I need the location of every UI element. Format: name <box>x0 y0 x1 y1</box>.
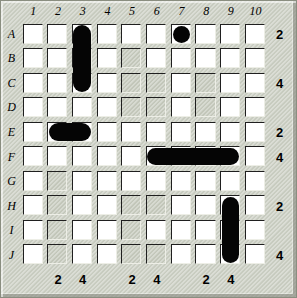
cell-surface <box>97 195 117 215</box>
cell-G4[interactable] <box>95 169 120 194</box>
row-label-B: B <box>3 47 20 72</box>
cell-surface <box>171 122 191 142</box>
cell-A5[interactable] <box>120 22 145 47</box>
cell-surface <box>72 171 92 191</box>
bottom-clue-1 <box>21 267 46 292</box>
water-mark <box>47 171 67 191</box>
cell-surface <box>47 48 67 68</box>
cell-E3[interactable] <box>70 120 95 145</box>
cell-I9[interactable] <box>219 218 244 243</box>
cell-E6[interactable] <box>144 120 169 145</box>
cell-B10[interactable] <box>243 47 268 72</box>
cell-surface <box>23 73 43 93</box>
cell-E9[interactable] <box>219 120 244 145</box>
cell-surface <box>245 48 265 68</box>
cell-surface <box>72 220 92 240</box>
cell-surface <box>245 171 265 191</box>
cell-F1[interactable] <box>21 145 46 170</box>
cell-C1[interactable] <box>21 71 46 96</box>
water-mark <box>121 48 141 68</box>
cell-E4[interactable] <box>95 120 120 145</box>
cell-surface <box>245 73 265 93</box>
cell-surface <box>97 122 117 142</box>
cell-surface <box>23 195 43 215</box>
cell-surface <box>47 146 67 166</box>
water-mark <box>195 97 215 117</box>
cell-surface <box>220 73 240 93</box>
cell-B1[interactable] <box>21 47 46 72</box>
bottom-clue-7 <box>169 267 194 292</box>
cell-J10[interactable] <box>243 243 268 268</box>
cell-F7[interactable] <box>169 145 194 170</box>
cell-F5[interactable] <box>120 145 145 170</box>
cell-B7[interactable] <box>169 47 194 72</box>
cell-G9[interactable] <box>219 169 244 194</box>
cell-I3[interactable] <box>70 218 95 243</box>
right-clue-F: 4 <box>267 145 292 170</box>
cell-surface <box>171 171 191 191</box>
cell-B8[interactable] <box>194 47 219 72</box>
cell-A1[interactable] <box>21 22 46 47</box>
col-header-5: 5 <box>120 2 145 21</box>
battleship-puzzle-window: 12345678910 ABCDEFGHIJ 242424 242424 <box>0 0 297 298</box>
cell-surface <box>195 220 215 240</box>
water-mark <box>47 244 67 264</box>
cell-D1[interactable] <box>21 96 46 121</box>
cell-surface <box>97 220 117 240</box>
cell-surface <box>195 244 215 264</box>
cell-G1[interactable] <box>21 169 46 194</box>
cell-A10[interactable] <box>243 22 268 47</box>
cell-surface <box>23 97 43 117</box>
right-clue-I <box>267 218 292 243</box>
cell-D4[interactable] <box>95 96 120 121</box>
cell-A9[interactable] <box>219 22 244 47</box>
cell-I10[interactable] <box>243 218 268 243</box>
cell-D7[interactable] <box>169 96 194 121</box>
right-clue-B <box>267 47 292 72</box>
col-header-7: 7 <box>169 2 194 21</box>
cell-H9[interactable] <box>219 194 244 219</box>
cell-C7[interactable] <box>169 71 194 96</box>
cell-D6[interactable] <box>144 96 169 121</box>
right-clue-E: 2 <box>267 120 292 145</box>
row-label-F: F <box>3 145 20 170</box>
water-mark <box>146 244 166 264</box>
cell-surface <box>121 146 141 166</box>
cell-D9[interactable] <box>219 96 244 121</box>
cell-surface <box>195 48 215 68</box>
cell-I1[interactable] <box>21 218 46 243</box>
water-mark <box>47 220 67 240</box>
cell-H2[interactable] <box>46 194 71 219</box>
cell-H5[interactable] <box>120 194 145 219</box>
row-label-E: E <box>3 120 20 145</box>
cell-surface <box>245 220 265 240</box>
col-header-4: 4 <box>95 2 120 21</box>
cell-A6[interactable] <box>144 22 169 47</box>
bottom-clue-10 <box>243 267 268 292</box>
col-header-9: 9 <box>219 2 244 21</box>
bottom-clue-6: 4 <box>144 267 169 292</box>
right-clue-G <box>267 169 292 194</box>
cell-H4[interactable] <box>95 194 120 219</box>
cell-surface <box>195 171 215 191</box>
cell-surface <box>220 97 240 117</box>
col-header-10: 10 <box>243 2 268 21</box>
cell-G2[interactable] <box>46 169 71 194</box>
cell-surface <box>23 171 43 191</box>
water-mark <box>121 97 141 117</box>
ship-segment-ship-bottom-cap <box>222 241 240 264</box>
cell-surface <box>245 244 265 264</box>
cell-surface <box>47 24 67 44</box>
cell-C3[interactable] <box>70 71 95 96</box>
water-mark <box>146 97 166 117</box>
cell-B3[interactable] <box>70 47 95 72</box>
cell-H7[interactable] <box>169 194 194 219</box>
game-grid <box>21 22 268 267</box>
cell-surface <box>97 48 117 68</box>
cell-B5[interactable] <box>120 47 145 72</box>
cell-B9[interactable] <box>219 47 244 72</box>
col-header-2: 2 <box>46 2 71 21</box>
cell-surface <box>245 146 265 166</box>
cell-G8[interactable] <box>194 169 219 194</box>
ship-segment-ship-right-cap <box>217 148 240 166</box>
cell-surface <box>97 97 117 117</box>
cell-A8[interactable] <box>194 22 219 47</box>
right-clue-J: 4 <box>267 243 292 268</box>
water-mark <box>121 195 141 215</box>
col-header-8: 8 <box>194 2 219 21</box>
cell-surface <box>97 24 117 44</box>
bottom-clue-row: 242424 <box>21 267 268 292</box>
cell-surface <box>245 97 265 117</box>
cell-surface <box>220 171 240 191</box>
water-mark <box>195 73 215 93</box>
row-label-I: I <box>3 218 20 243</box>
cell-G10[interactable] <box>243 169 268 194</box>
cell-A4[interactable] <box>95 22 120 47</box>
cell-surface <box>97 171 117 191</box>
ship-segment-ship-bottom-cap <box>73 69 91 92</box>
water-mark <box>121 220 141 240</box>
row-label-A: A <box>3 22 20 47</box>
cell-I6[interactable] <box>144 218 169 243</box>
col-header-1: 1 <box>21 2 46 21</box>
cell-surface <box>47 97 67 117</box>
cell-H1[interactable] <box>21 194 46 219</box>
cell-E1[interactable] <box>21 120 46 145</box>
board-frame: 12345678910 ABCDEFGHIJ 242424 242424 <box>0 0 297 298</box>
bottom-clue-5: 2 <box>120 267 145 292</box>
cell-surface <box>171 97 191 117</box>
cell-surface <box>97 146 117 166</box>
cell-F4[interactable] <box>95 145 120 170</box>
cell-surface <box>171 220 191 240</box>
cell-C8[interactable] <box>194 71 219 96</box>
cell-D2[interactable] <box>46 96 71 121</box>
row-label-C: C <box>3 71 20 96</box>
cell-F8[interactable] <box>194 145 219 170</box>
right-clue-column: 242424 <box>267 22 292 267</box>
cell-H3[interactable] <box>70 194 95 219</box>
cell-surface <box>72 146 92 166</box>
ship-segment-submarine-single-ship <box>173 26 190 43</box>
cell-C9[interactable] <box>219 71 244 96</box>
water-mark <box>146 195 166 215</box>
cell-I2[interactable] <box>46 218 71 243</box>
cell-F6[interactable] <box>144 145 169 170</box>
cell-surface <box>146 171 166 191</box>
cell-E10[interactable] <box>243 120 268 145</box>
cell-F3[interactable] <box>70 145 95 170</box>
bottom-clue-3: 4 <box>70 267 95 292</box>
cell-surface <box>72 244 92 264</box>
cell-H10[interactable] <box>243 194 268 219</box>
cell-surface <box>121 24 141 44</box>
cell-surface <box>23 244 43 264</box>
cell-surface <box>220 24 240 44</box>
cell-surface <box>146 48 166 68</box>
cell-J5[interactable] <box>120 243 145 268</box>
cell-C6[interactable] <box>144 71 169 96</box>
cell-A2[interactable] <box>46 22 71 47</box>
cell-F10[interactable] <box>243 145 268 170</box>
cell-surface <box>195 195 215 215</box>
cell-surface <box>23 24 43 44</box>
cell-F2[interactable] <box>46 145 71 170</box>
cell-E2[interactable] <box>46 120 71 145</box>
cell-surface <box>171 48 191 68</box>
cell-C5[interactable] <box>120 71 145 96</box>
right-clue-H: 2 <box>267 194 292 219</box>
cell-D8[interactable] <box>194 96 219 121</box>
row-label-H: H <box>3 194 20 219</box>
cell-A3[interactable] <box>70 22 95 47</box>
water-mark <box>47 195 67 215</box>
cell-G7[interactable] <box>169 169 194 194</box>
cell-surface <box>23 146 43 166</box>
cell-J4[interactable] <box>95 243 120 268</box>
cell-C2[interactable] <box>46 71 71 96</box>
cell-B4[interactable] <box>95 47 120 72</box>
cell-E8[interactable] <box>194 120 219 145</box>
cell-surface <box>245 195 265 215</box>
cell-surface <box>121 171 141 191</box>
cell-G3[interactable] <box>70 169 95 194</box>
cell-surface <box>146 24 166 44</box>
cell-D3[interactable] <box>70 96 95 121</box>
row-label-D: D <box>3 96 20 121</box>
right-clue-A: 2 <box>267 22 292 47</box>
cell-J6[interactable] <box>144 243 169 268</box>
cell-E7[interactable] <box>169 120 194 145</box>
cell-B6[interactable] <box>144 47 169 72</box>
col-header-3: 3 <box>70 2 95 21</box>
cell-H6[interactable] <box>144 194 169 219</box>
cell-I4[interactable] <box>95 218 120 243</box>
cell-surface <box>220 122 240 142</box>
column-headers: 12345678910 <box>21 2 268 21</box>
cell-I5[interactable] <box>120 218 145 243</box>
row-label-J: J <box>3 243 20 268</box>
cell-I7[interactable] <box>169 218 194 243</box>
cell-surface <box>23 48 43 68</box>
cell-H8[interactable] <box>194 194 219 219</box>
cell-I8[interactable] <box>194 218 219 243</box>
cell-surface <box>171 195 191 215</box>
cell-J7[interactable] <box>169 243 194 268</box>
col-header-6: 6 <box>144 2 169 21</box>
bottom-clue-2: 2 <box>46 267 71 292</box>
cell-E5[interactable] <box>120 120 145 145</box>
cell-J3[interactable] <box>70 243 95 268</box>
cell-D10[interactable] <box>243 96 268 121</box>
cell-surface <box>171 73 191 93</box>
water-mark <box>121 244 141 264</box>
water-mark <box>121 73 141 93</box>
cell-surface <box>171 244 191 264</box>
cell-surface <box>146 122 166 142</box>
cell-B2[interactable] <box>46 47 71 72</box>
cell-C10[interactable] <box>243 71 268 96</box>
right-clue-D <box>267 96 292 121</box>
ship-segment-ship-right-cap <box>68 123 91 141</box>
cell-J9[interactable] <box>219 243 244 268</box>
cell-J8[interactable] <box>194 243 219 268</box>
row-label-G: G <box>3 169 20 194</box>
cell-J2[interactable] <box>46 243 71 268</box>
bottom-clue-9: 4 <box>219 267 244 292</box>
cell-surface <box>195 122 215 142</box>
cell-surface <box>23 220 43 240</box>
cell-C4[interactable] <box>95 71 120 96</box>
cell-J1[interactable] <box>21 243 46 268</box>
cell-F9[interactable] <box>219 145 244 170</box>
cell-surface <box>245 24 265 44</box>
cell-surface <box>23 122 43 142</box>
cell-surface <box>245 122 265 142</box>
cell-A7[interactable] <box>169 22 194 47</box>
bottom-clue-8: 2 <box>194 267 219 292</box>
right-clue-C: 4 <box>267 71 292 96</box>
cell-surface <box>121 122 141 142</box>
cell-surface <box>72 195 92 215</box>
cell-surface <box>72 97 92 117</box>
cell-surface <box>195 24 215 44</box>
bottom-clue-4 <box>95 267 120 292</box>
cell-surface <box>97 244 117 264</box>
cell-surface <box>97 73 117 93</box>
cell-D5[interactable] <box>120 96 145 121</box>
cell-surface <box>220 48 240 68</box>
cell-surface <box>146 220 166 240</box>
cell-G5[interactable] <box>120 169 145 194</box>
water-mark <box>146 73 166 93</box>
row-labels: ABCDEFGHIJ <box>3 22 20 267</box>
cell-G6[interactable] <box>144 169 169 194</box>
cell-surface <box>47 73 67 93</box>
